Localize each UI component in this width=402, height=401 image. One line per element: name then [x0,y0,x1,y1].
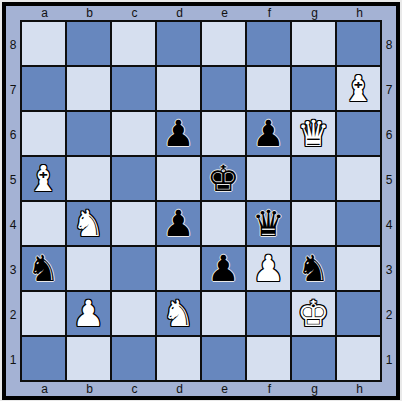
square-d5[interactable] [157,157,200,200]
rank-label-6: 6 [382,112,396,157]
file-label-e: e [202,382,247,396]
square-d6[interactable]: ♟ [157,112,200,155]
corner-bottom-right [382,382,396,396]
file-label-g: g [292,6,337,20]
piece-black-pawn[interactable]: ♟ [162,116,194,152]
rank-label-6: 6 [6,112,20,157]
square-e5[interactable]: ♚ [202,157,245,200]
piece-white-queen[interactable]: ♛ [297,116,329,152]
rank-label-3: 3 [6,247,20,292]
square-g3[interactable]: ♞ [292,247,335,290]
square-a5[interactable]: ♝ [22,157,65,200]
square-e4[interactable] [202,202,245,245]
corner-bottom-left [6,382,20,396]
square-f7[interactable] [247,67,290,110]
square-d1[interactable] [157,337,200,380]
piece-black-pawn[interactable]: ♟ [252,116,284,152]
square-f8[interactable] [247,22,290,65]
board: ♝♟♟♛♝♚♞♟♛♞♟♟♞♟♞♚ [20,20,382,382]
square-h7[interactable]: ♝ [337,67,380,110]
square-g1[interactable] [292,337,335,380]
square-h6[interactable] [337,112,380,155]
square-e3[interactable]: ♟ [202,247,245,290]
square-e7[interactable] [202,67,245,110]
square-g6[interactable]: ♛ [292,112,335,155]
corner-top-left [6,6,20,20]
square-e8[interactable] [202,22,245,65]
file-label-d: d [157,382,202,396]
file-labels-bottom: abcdefgh [20,382,382,396]
square-a2[interactable] [22,292,65,335]
piece-white-pawn[interactable]: ♟ [72,296,104,332]
square-c8[interactable] [112,22,155,65]
piece-white-knight[interactable]: ♞ [72,206,104,242]
piece-white-bishop[interactable]: ♝ [342,71,374,107]
square-b8[interactable] [67,22,110,65]
file-labels-top: abcdefgh [20,6,382,20]
piece-black-queen[interactable]: ♛ [252,206,284,242]
square-c4[interactable] [112,202,155,245]
piece-white-pawn[interactable]: ♟ [252,251,284,287]
chess-board-screenshot: abcdefgh 87654321 ♝♟♟♛♝♚♞♟♛♞♟♟♞♟♞♚ 87654… [0,0,402,401]
file-label-a: a [22,382,67,396]
square-b7[interactable] [67,67,110,110]
rank-labels-right: 87654321 [382,20,396,382]
rank-label-1: 1 [6,337,20,382]
square-f5[interactable] [247,157,290,200]
file-label-c: c [112,6,157,20]
square-a1[interactable] [22,337,65,380]
rank-label-5: 5 [6,157,20,202]
square-f2[interactable] [247,292,290,335]
square-e1[interactable] [202,337,245,380]
square-g4[interactable] [292,202,335,245]
rank-label-3: 3 [382,247,396,292]
piece-black-pawn[interactable]: ♟ [207,251,239,287]
square-c7[interactable] [112,67,155,110]
square-c5[interactable] [112,157,155,200]
square-h5[interactable] [337,157,380,200]
file-label-b: b [67,382,112,396]
square-g5[interactable] [292,157,335,200]
board-outer-frame: abcdefgh 87654321 ♝♟♟♛♝♚♞♟♛♞♟♟♞♟♞♚ 87654… [2,2,400,400]
rank-label-2: 2 [6,292,20,337]
piece-white-bishop[interactable]: ♝ [27,161,59,197]
square-c2[interactable] [112,292,155,335]
rank-label-2: 2 [382,292,396,337]
square-f6[interactable]: ♟ [247,112,290,155]
square-g2[interactable]: ♚ [292,292,335,335]
file-label-h: h [337,6,382,20]
file-label-c: c [112,382,157,396]
square-d3[interactable] [157,247,200,290]
square-a7[interactable] [22,67,65,110]
rank-label-4: 4 [382,202,396,247]
square-h2[interactable] [337,292,380,335]
piece-black-knight[interactable]: ♞ [297,251,329,287]
rank-label-7: 7 [6,67,20,112]
rank-label-8: 8 [382,22,396,67]
square-c1[interactable] [112,337,155,380]
square-b3[interactable] [67,247,110,290]
square-f1[interactable] [247,337,290,380]
square-h4[interactable] [337,202,380,245]
square-g8[interactable] [292,22,335,65]
piece-white-knight[interactable]: ♞ [162,296,194,332]
square-f3[interactable]: ♟ [247,247,290,290]
square-e2[interactable] [202,292,245,335]
square-b6[interactable] [67,112,110,155]
square-d7[interactable] [157,67,200,110]
square-a3[interactable]: ♞ [22,247,65,290]
square-h3[interactable] [337,247,380,290]
corner-top-right [382,6,396,20]
file-label-d: d [157,6,202,20]
rank-labels-left: 87654321 [6,20,20,382]
rank-label-5: 5 [382,157,396,202]
file-label-b: b [67,6,112,20]
square-h1[interactable] [337,337,380,380]
file-label-f: f [247,382,292,396]
rank-label-8: 8 [6,22,20,67]
piece-black-knight[interactable]: ♞ [27,251,59,287]
square-d8[interactable] [157,22,200,65]
rank-label-1: 1 [382,337,396,382]
square-g7[interactable] [292,67,335,110]
rank-label-7: 7 [382,67,396,112]
square-a6[interactable] [22,112,65,155]
file-label-a: a [22,6,67,20]
square-a4[interactable] [22,202,65,245]
file-label-h: h [337,382,382,396]
piece-black-king[interactable]: ♚ [207,161,239,197]
square-c3[interactable] [112,247,155,290]
file-label-f: f [247,6,292,20]
piece-white-king[interactable]: ♚ [297,296,329,332]
square-b1[interactable] [67,337,110,380]
square-d4[interactable]: ♟ [157,202,200,245]
file-label-g: g [292,382,337,396]
coordinate-margin: abcdefgh 87654321 ♝♟♟♛♝♚♞♟♛♞♟♟♞♟♞♚ 87654… [6,6,396,396]
square-a8[interactable] [22,22,65,65]
square-e6[interactable] [202,112,245,155]
square-h8[interactable] [337,22,380,65]
square-b4[interactable]: ♞ [67,202,110,245]
square-c6[interactable] [112,112,155,155]
rank-label-4: 4 [6,202,20,247]
square-f4[interactable]: ♛ [247,202,290,245]
square-b5[interactable] [67,157,110,200]
piece-black-pawn[interactable]: ♟ [162,206,194,242]
square-d2[interactable]: ♞ [157,292,200,335]
square-b2[interactable]: ♟ [67,292,110,335]
file-label-e: e [202,6,247,20]
